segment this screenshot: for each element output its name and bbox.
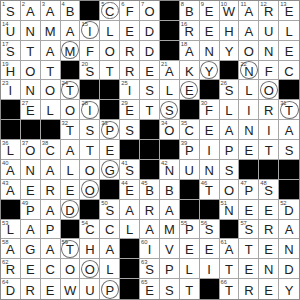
cell-r7c13[interactable]: N [239, 120, 259, 140]
cell-r4c9[interactable]: 21A [160, 61, 180, 81]
letter: T [80, 142, 99, 159]
cell-r14c15[interactable]: D [279, 259, 299, 279]
cell-r2c15[interactable]: L [279, 21, 299, 41]
cell-r9c4[interactable]: L [61, 160, 81, 180]
letter: P [220, 142, 239, 159]
cell-r7c6[interactable]: 33P [100, 120, 120, 140]
clue-number: 32 [62, 120, 68, 127]
cell-r4c5[interactable]: 20S [80, 61, 100, 81]
cell-r6c2[interactable]: 27E [21, 100, 41, 120]
clue-number: 6 [121, 1, 124, 8]
letter: R [259, 102, 278, 119]
block-square-r12c12 [220, 220, 240, 240]
cell-r8c2[interactable]: 37O [21, 140, 41, 160]
cell-r4c6[interactable]: T [100, 61, 120, 81]
cell-r3c11[interactable]: N [200, 41, 220, 61]
cell-r10c1[interactable]: 43A [1, 180, 21, 200]
cell-r14c3[interactable]: C [41, 259, 61, 279]
cell-r15c4[interactable]: W [61, 279, 81, 299]
letter: A [61, 142, 80, 159]
cell-r1c6[interactable]: 5C [100, 1, 120, 21]
cell-r1c2[interactable]: 2A [21, 1, 41, 21]
cell-r15c14[interactable]: E [259, 279, 279, 299]
cell-r5c4[interactable]: 24T [61, 80, 81, 100]
block-square-r7c2 [21, 120, 41, 140]
cell-r15c12[interactable]: 66T [220, 279, 240, 299]
cell-r11c14[interactable]: E [259, 200, 279, 220]
cell-r15c15[interactable]: Y [279, 279, 299, 299]
cell-r13c12[interactable]: 61A [220, 239, 240, 259]
letter: R [239, 281, 258, 299]
letter: T [220, 261, 239, 278]
clue-number: 20 [81, 61, 87, 68]
cell-r2c8[interactable]: D [140, 21, 160, 41]
letter: E [200, 122, 219, 139]
block-square-r2c9 [160, 21, 180, 41]
cell-r15c3[interactable]: E [41, 279, 61, 299]
letter: O [80, 162, 99, 179]
cell-r14c6[interactable]: L [100, 259, 120, 279]
clue-number: 31 [280, 100, 286, 107]
letter: Y [200, 63, 219, 80]
cell-r2c4[interactable]: A [61, 21, 81, 41]
cell-r13c5[interactable]: H [80, 239, 100, 259]
cell-r9c10[interactable]: U [180, 160, 200, 180]
cell-r5c9[interactable]: L [160, 80, 180, 100]
letter: E [259, 241, 278, 258]
cell-r12c1[interactable]: 53L [1, 220, 21, 240]
cell-r2c10[interactable]: 16R [180, 21, 200, 41]
cell-r4c11[interactable]: Y [200, 61, 220, 81]
letter: O [21, 63, 40, 80]
block-square-r15c11 [200, 279, 220, 299]
cell-r12c7[interactable]: L [120, 220, 140, 240]
cell-r3c15[interactable]: E [279, 41, 299, 61]
clue-number: 50 [101, 200, 107, 207]
cell-r4c14[interactable]: F [259, 61, 279, 81]
cell-r15c8[interactable]: 65E [140, 279, 160, 299]
cell-r11c2[interactable]: 49P [21, 200, 41, 220]
cell-r6c5[interactable]: 28I [80, 100, 100, 120]
cell-r6c15[interactable]: 31T [279, 100, 299, 120]
block-square-r15c7 [120, 279, 140, 299]
cell-r12c5[interactable]: 54C [80, 220, 100, 240]
cell-r9c6[interactable]: G [100, 160, 120, 180]
cell-r13c9[interactable]: V [160, 239, 180, 259]
cell-r11c13[interactable]: E [239, 200, 259, 220]
letter: F [259, 63, 278, 80]
cell-r7c7[interactable]: S [120, 120, 140, 140]
letter: V [160, 241, 179, 258]
cell-r4c10[interactable]: K [180, 61, 200, 81]
cell-r6c4[interactable]: O [61, 100, 81, 120]
letter: O [80, 182, 99, 199]
block-square-r6c10 [180, 100, 200, 120]
cell-r2c7[interactable]: E [120, 21, 140, 41]
cell-r10c8[interactable]: 45B [140, 180, 160, 200]
letter: N [21, 162, 40, 179]
cell-r14c2[interactable]: E [21, 259, 41, 279]
letter: S [160, 281, 179, 299]
cell-r12c3[interactable]: P [41, 220, 61, 240]
clue-number: 10 [221, 1, 227, 8]
cell-r2c5[interactable]: 15I [80, 21, 100, 41]
cell-r3c4[interactable]: M [61, 41, 81, 61]
clue-number: 56 [201, 220, 207, 227]
cell-r10c11[interactable]: 46T [200, 180, 220, 200]
cell-r5c10[interactable]: E [180, 80, 200, 100]
cell-r7c12[interactable]: A [220, 120, 240, 140]
clue-number: 14 [2, 21, 8, 28]
clue-number: 47 [240, 180, 246, 187]
cell-r6c11[interactable]: 30F [200, 100, 220, 120]
letter: A [21, 222, 40, 239]
block-square-r5c15 [279, 80, 299, 100]
cell-r5c14[interactable]: O [259, 80, 279, 100]
cell-r15c9[interactable]: S [160, 279, 180, 299]
block-square-r7c3 [41, 120, 61, 140]
cell-r12c15[interactable]: A [279, 220, 299, 240]
clue-number: 43 [2, 180, 8, 187]
clue-number: 49 [22, 200, 28, 207]
letter: E [140, 63, 159, 80]
letter: E [259, 202, 278, 219]
cell-r3c7[interactable]: R [120, 41, 140, 61]
cell-r15c2[interactable]: R [21, 279, 41, 299]
clue-number: 54 [81, 220, 87, 227]
cell-r8c12[interactable]: P [220, 140, 240, 160]
letter: Y [220, 43, 239, 60]
cell-r3c6[interactable]: O [100, 41, 120, 61]
cell-r9c7[interactable]: 41S [120, 160, 140, 180]
clue-number: 61 [221, 239, 227, 246]
cell-r1c13[interactable]: 11A [239, 1, 259, 21]
letter: L [41, 102, 60, 119]
cell-r9c9[interactable]: 42N [160, 160, 180, 180]
cell-r13c4[interactable]: 59T [61, 239, 81, 259]
cell-r7c5[interactable]: S [80, 120, 100, 140]
cell-r4c15[interactable]: C [279, 61, 299, 81]
cell-r10c13[interactable]: 47P [239, 180, 259, 200]
cell-r9c2[interactable]: N [21, 160, 41, 180]
cell-r1c3[interactable]: 3A [41, 1, 61, 21]
cell-r12c8[interactable]: A [140, 220, 160, 240]
letter: E [239, 202, 258, 219]
cell-r8c5[interactable]: T [80, 140, 100, 160]
block-square-r4c12 [220, 61, 240, 81]
cell-r2c2[interactable]: N [21, 21, 41, 41]
cell-r10c2[interactable]: E [21, 180, 41, 200]
block-square-r5c6 [100, 80, 120, 100]
cell-r11c7[interactable]: A [120, 200, 140, 220]
cell-r7c10[interactable]: 35C [180, 120, 200, 140]
cell-r11c6[interactable]: 50S [100, 200, 120, 220]
cell-r8c10[interactable]: 39P [180, 140, 200, 160]
letter: R [21, 281, 40, 299]
cell-r4c7[interactable]: R [120, 61, 140, 81]
cell-r11c4[interactable]: D [61, 200, 81, 220]
block-square-r8c8 [140, 140, 160, 160]
block-square-r3c9 [160, 41, 180, 61]
block-square-r7c1 [1, 120, 21, 140]
letter: N [200, 43, 219, 60]
letter: T [21, 43, 40, 60]
cell-r4c3[interactable]: T [41, 61, 61, 81]
cell-r7c9[interactable]: 34O [160, 120, 180, 140]
letter: A [279, 222, 299, 239]
cell-r1c14[interactable]: 12R [259, 1, 279, 21]
letter: N [21, 23, 40, 40]
cell-r3c10[interactable]: 18A [180, 41, 200, 61]
cell-r14c9[interactable]: P [160, 259, 180, 279]
cell-r15c1[interactable]: 64D [1, 279, 21, 299]
cell-r3c12[interactable]: Y [220, 41, 240, 61]
clue-number: 3 [42, 1, 45, 8]
clue-number: 44 [121, 180, 127, 187]
letter: B [160, 182, 179, 199]
cell-r15c10[interactable]: T [180, 279, 200, 299]
cell-r14c10[interactable]: L [180, 259, 200, 279]
cell-r10c5[interactable]: O [80, 180, 100, 200]
letter: A [41, 162, 60, 179]
cell-r12c6[interactable]: C [100, 220, 120, 240]
letter: A [61, 23, 80, 40]
cell-r12c14[interactable]: R [259, 220, 279, 240]
cell-r1c1[interactable]: 1S [1, 1, 21, 21]
cell-r12c13[interactable]: 57S [239, 220, 259, 240]
clue-number: 28 [81, 100, 87, 107]
letter: I [239, 102, 258, 119]
cell-r14c4[interactable]: O [61, 259, 81, 279]
cell-r6c3[interactable]: L [41, 100, 61, 120]
clue-number: 63 [141, 259, 147, 266]
cell-r13c11[interactable]: E [200, 239, 220, 259]
cell-r14c12[interactable]: T [220, 259, 240, 279]
clue-number: 60 [141, 239, 147, 246]
cell-r6c13[interactable]: I [239, 100, 259, 120]
cell-r13c1[interactable]: 58A [1, 239, 21, 259]
cell-r11c12[interactable]: 51N [220, 200, 240, 220]
cell-r14c5[interactable]: O [80, 259, 100, 279]
letter: A [160, 202, 179, 219]
block-square-r1c9 [160, 1, 180, 21]
cell-r14c14[interactable]: N [259, 259, 279, 279]
cell-r3c8[interactable]: D [140, 41, 160, 61]
cell-r7c14[interactable]: I [259, 120, 279, 140]
letter: N [279, 241, 299, 258]
letter: I [259, 122, 278, 139]
clue-number: 57 [240, 220, 246, 227]
block-square-r11c10 [180, 200, 200, 220]
cell-r12c11[interactable]: 56S [200, 220, 220, 240]
cell-r9c12[interactable]: S [220, 160, 240, 180]
cell-r13c10[interactable]: E [180, 239, 200, 259]
clue-number: 16 [181, 21, 187, 28]
cell-r10c7[interactable]: 44E [120, 180, 140, 200]
cell-r6c8[interactable]: T [140, 100, 160, 120]
letter: M [61, 43, 80, 60]
cell-r15c5[interactable]: U [80, 279, 100, 299]
clue-number: 7 [141, 1, 144, 8]
cell-r9c5[interactable]: O [80, 160, 100, 180]
cell-r10c9[interactable]: B [160, 180, 180, 200]
cell-r1c11[interactable]: 9E [200, 1, 220, 21]
cell-r13c2[interactable]: G [21, 239, 41, 259]
clue-number: 23 [2, 80, 8, 87]
letter: A [239, 23, 258, 40]
clue-number: 8 [181, 1, 184, 8]
cell-r1c15[interactable]: 13E [279, 1, 299, 21]
letter: T [140, 102, 159, 119]
letter: E [61, 182, 80, 199]
cell-r9c1[interactable]: 40A [1, 160, 21, 180]
cell-r8c15[interactable]: S [279, 140, 299, 160]
letter: N [200, 162, 219, 179]
cell-r6c7[interactable]: 29E [120, 100, 140, 120]
clue-number: 9 [201, 1, 204, 8]
cell-r8c11[interactable]: I [200, 140, 220, 160]
cell-r8c6[interactable]: E [100, 140, 120, 160]
cell-r5c8[interactable]: S [140, 80, 160, 100]
cell-r6c9[interactable]: S [160, 100, 180, 120]
letter: E [21, 261, 40, 278]
cell-r1c12[interactable]: 10W [220, 1, 240, 21]
cell-r13c6[interactable]: A [100, 239, 120, 259]
cell-r14c8[interactable]: 63S [140, 259, 160, 279]
letter: T [259, 142, 278, 159]
cell-r5c2[interactable]: N [21, 80, 41, 100]
cell-r3c13[interactable]: O [239, 41, 259, 61]
letter: R [140, 202, 159, 219]
cell-r1c7[interactable]: 6F [120, 1, 140, 21]
cell-r3c1[interactable]: 17S [1, 41, 21, 61]
cell-r12c10[interactable]: 55P [180, 220, 200, 240]
letter: L [120, 222, 139, 239]
cell-r8c1[interactable]: 36L [1, 140, 21, 160]
cell-r8c4[interactable]: A [61, 140, 81, 160]
cell-r9c3[interactable]: A [41, 160, 61, 180]
cell-r4c2[interactable]: O [21, 61, 41, 81]
cell-r2c1[interactable]: 14U [1, 21, 21, 41]
cell-r7c11[interactable]: E [200, 120, 220, 140]
block-square-r5c5 [80, 80, 100, 100]
block-square-r4c4 [61, 61, 81, 81]
letter: E [259, 281, 278, 299]
letter: M [160, 222, 179, 239]
clue-number: 45 [141, 180, 147, 187]
cell-r8c14[interactable]: T [259, 140, 279, 160]
letter: R [259, 222, 278, 239]
cell-r13c14[interactable]: E [259, 239, 279, 259]
cell-r11c8[interactable]: R [140, 200, 160, 220]
cell-r14c13[interactable]: E [239, 259, 259, 279]
cell-r4c8[interactable]: E [140, 61, 160, 81]
letter: N [21, 82, 40, 99]
letter: R [41, 182, 60, 199]
cell-r2c13[interactable]: A [239, 21, 259, 41]
letter: T [41, 63, 60, 80]
cell-r3c14[interactable]: N [259, 41, 279, 61]
cell-r13c3[interactable]: A [41, 239, 61, 259]
cell-r11c15[interactable]: 52D [279, 200, 299, 220]
cell-r12c9[interactable]: M [160, 220, 180, 240]
letter: T [180, 281, 199, 299]
cell-r15c13[interactable]: R [239, 279, 259, 299]
cell-r4c1[interactable]: 19H [1, 61, 21, 81]
cell-r1c8[interactable]: 7O [140, 1, 160, 21]
cell-r1c10[interactable]: 8B [180, 1, 200, 21]
cell-r11c9[interactable]: A [160, 200, 180, 220]
cell-r4c13[interactable]: 22N [239, 61, 259, 81]
letter: E [200, 23, 219, 40]
letter: O [220, 182, 239, 199]
cell-r9c11[interactable]: N [200, 160, 220, 180]
cell-r14c11[interactable]: I [200, 259, 220, 279]
cell-r10c4[interactable]: E [61, 180, 81, 200]
letter: U [259, 23, 278, 40]
cell-r5c3[interactable]: O [41, 80, 61, 100]
clue-number: 18 [181, 41, 187, 48]
cell-r6c14[interactable]: R [259, 100, 279, 120]
cell-r13c15[interactable]: N [279, 239, 299, 259]
letter: G [21, 241, 40, 258]
cell-r2c12[interactable]: H [220, 21, 240, 41]
cell-r10c3[interactable]: R [41, 180, 61, 200]
letter: E [180, 82, 199, 99]
cell-r2c3[interactable]: M [41, 21, 61, 41]
cell-r5c1[interactable]: 23I [1, 80, 21, 100]
letter: E [21, 182, 40, 199]
clue-number: 35 [181, 120, 187, 127]
letter: E [239, 261, 258, 278]
cell-r5c7[interactable]: 25I [120, 80, 140, 100]
clue-number: 17 [2, 41, 8, 48]
cell-r14c1[interactable]: 62R [1, 259, 21, 279]
cell-r7c4[interactable]: 32T [61, 120, 81, 140]
clue-number: 29 [121, 100, 127, 107]
cell-r10c12[interactable]: O [220, 180, 240, 200]
cell-r7c15[interactable]: A [279, 120, 299, 140]
clue-number: 37 [22, 140, 28, 147]
cell-r6c12[interactable]: L [220, 100, 240, 120]
cell-r10c14[interactable]: 48S [259, 180, 279, 200]
cell-r8c3[interactable]: 38C [41, 140, 61, 160]
letter: A [100, 241, 119, 258]
cell-r3c3[interactable]: A [41, 41, 61, 61]
cell-r11c3[interactable]: A [41, 200, 61, 220]
cell-r1c4[interactable]: 4B [61, 1, 81, 21]
cell-r2c11[interactable]: E [200, 21, 220, 41]
cell-r2c6[interactable]: L [100, 21, 120, 41]
cell-r5c13[interactable]: L [239, 80, 259, 100]
clue-number: 13 [280, 1, 286, 8]
block-square-r14c7 [120, 259, 140, 279]
cell-r13c13[interactable]: T [239, 239, 259, 259]
letter: A [120, 202, 139, 219]
cell-r2c14[interactable]: U [259, 21, 279, 41]
cell-r3c2[interactable]: T [21, 41, 41, 61]
letter: E [239, 142, 258, 159]
cell-r8c13[interactable]: E [239, 140, 259, 160]
cell-r5c12[interactable]: 26S [220, 80, 240, 100]
cell-r3c5[interactable]: F [80, 41, 100, 61]
cell-r13c8[interactable]: 60I [140, 239, 160, 259]
clue-number: 48 [260, 180, 266, 187]
cell-r15c6[interactable]: P [100, 279, 120, 299]
crossword-grid: 1S2A3A4B5C6F7O8B9E10W11A12R13E14UNMA15IL… [0, 0, 300, 300]
cell-r12c2[interactable]: A [21, 220, 41, 240]
block-square-r6c1 [1, 100, 21, 120]
